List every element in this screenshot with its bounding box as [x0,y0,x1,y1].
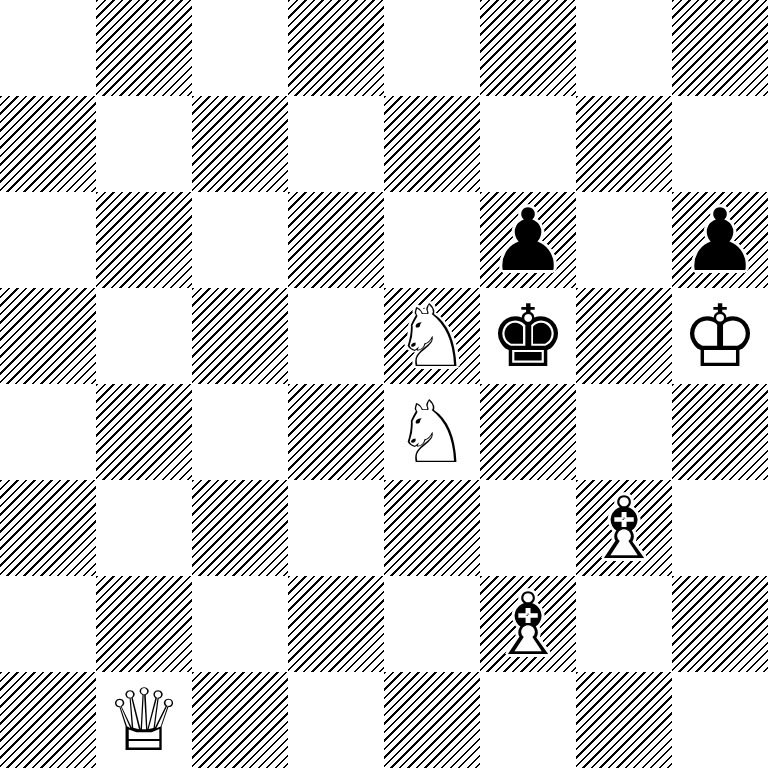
square-d5[interactable] [288,288,384,384]
white-bishop-g3[interactable]: ♝♗ [576,480,672,576]
square-h1[interactable] [672,672,768,768]
square-d7[interactable] [288,96,384,192]
square-g3[interactable]: ♝♗ [576,480,672,576]
square-f4[interactable] [480,384,576,480]
square-g1[interactable] [576,672,672,768]
square-b5[interactable] [96,288,192,384]
square-g4[interactable] [576,384,672,480]
square-e6[interactable] [384,192,480,288]
square-c7[interactable] [192,96,288,192]
square-b7[interactable] [96,96,192,192]
square-g5[interactable] [576,288,672,384]
square-f3[interactable] [480,480,576,576]
square-d2[interactable] [288,576,384,672]
square-b4[interactable] [96,384,192,480]
square-g6[interactable] [576,192,672,288]
piece-glyph: ♕ [96,672,192,768]
square-d6[interactable] [288,192,384,288]
white-knight-e5[interactable]: ♞♘ [384,288,480,384]
square-g7[interactable] [576,96,672,192]
white-king-h5[interactable]: ♚♔ [672,288,768,384]
square-b1[interactable]: ♛♕ [96,672,192,768]
square-h6[interactable]: ♟♟ [672,192,768,288]
piece-glyph: ♗ [480,576,576,672]
square-h2[interactable] [672,576,768,672]
square-e7[interactable] [384,96,480,192]
square-c4[interactable] [192,384,288,480]
square-c3[interactable] [192,480,288,576]
square-e3[interactable] [384,480,480,576]
square-b8[interactable] [96,0,192,96]
square-h4[interactable] [672,384,768,480]
square-f7[interactable] [480,96,576,192]
square-f2[interactable]: ♝♗ [480,576,576,672]
piece-glyph: ♟ [672,192,768,288]
piece-glyph: ♔ [672,288,768,384]
square-f6[interactable]: ♟♟ [480,192,576,288]
white-queen-b1[interactable]: ♛♕ [96,672,192,768]
square-b3[interactable] [96,480,192,576]
square-c5[interactable] [192,288,288,384]
white-knight-e4[interactable]: ♞♘ [384,384,480,480]
square-c6[interactable] [192,192,288,288]
square-e8[interactable] [384,0,480,96]
square-c8[interactable] [192,0,288,96]
square-h3[interactable] [672,480,768,576]
square-h5[interactable]: ♚♔ [672,288,768,384]
black-pawn-h6[interactable]: ♟♟ [672,192,768,288]
square-b2[interactable] [96,576,192,672]
piece-glyph: ♗ [576,480,672,576]
square-a3[interactable] [0,480,96,576]
piece-glyph: ♚ [480,288,576,384]
piece-glyph: ♘ [384,384,480,480]
square-f8[interactable] [480,0,576,96]
square-a7[interactable] [0,96,96,192]
square-h7[interactable] [672,96,768,192]
square-f5[interactable]: ♚♚ [480,288,576,384]
black-king-f5[interactable]: ♚♚ [480,288,576,384]
square-h8[interactable] [672,0,768,96]
chess-board: ♟♟♟♟♞♘♚♚♚♔♞♘♝♗♝♗♛♕ [0,0,768,768]
square-f1[interactable] [480,672,576,768]
piece-glyph: ♘ [384,288,480,384]
square-a5[interactable] [0,288,96,384]
square-d3[interactable] [288,480,384,576]
white-bishop-f2[interactable]: ♝♗ [480,576,576,672]
piece-glyph: ♟ [480,192,576,288]
square-c1[interactable] [192,672,288,768]
square-c2[interactable] [192,576,288,672]
square-b6[interactable] [96,192,192,288]
square-d1[interactable] [288,672,384,768]
square-e1[interactable] [384,672,480,768]
square-a4[interactable] [0,384,96,480]
square-d4[interactable] [288,384,384,480]
square-g8[interactable] [576,0,672,96]
square-a2[interactable] [0,576,96,672]
square-d8[interactable] [288,0,384,96]
black-pawn-f6[interactable]: ♟♟ [480,192,576,288]
square-a8[interactable] [0,0,96,96]
square-g2[interactable] [576,576,672,672]
square-a6[interactable] [0,192,96,288]
square-a1[interactable] [0,672,96,768]
square-e4[interactable]: ♞♘ [384,384,480,480]
square-e2[interactable] [384,576,480,672]
square-e5[interactable]: ♞♘ [384,288,480,384]
